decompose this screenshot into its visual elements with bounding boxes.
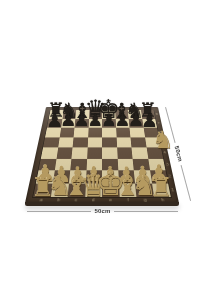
square-c2	[69, 170, 86, 183]
square-c5	[73, 137, 88, 147]
product-photo: abcdefgh 87654321 ♜♞♝♛♚♝♞♜♟♟♟♟♟♟♟♟♟♟♟♟♟♟…	[0, 0, 200, 300]
square-c6	[74, 128, 89, 138]
square-d3	[86, 158, 102, 170]
square-b2	[52, 170, 70, 183]
square-c4	[71, 147, 87, 158]
square-f1	[119, 183, 137, 197]
square-f5	[116, 137, 131, 147]
square-e5	[102, 137, 117, 147]
board-side-edge	[25, 202, 179, 206]
square-e7	[102, 119, 116, 128]
square-f8	[115, 110, 129, 118]
square-b8	[62, 110, 76, 118]
square-e8	[102, 110, 115, 118]
dimension-line	[27, 211, 91, 212]
board-frame: abcdefgh 87654321	[25, 107, 179, 203]
square-g1	[135, 183, 154, 197]
dimension-line	[166, 107, 177, 143]
rank-label-7: 7	[157, 119, 161, 128]
rank-label-8: 8	[155, 110, 159, 118]
rank-label-5: 5	[161, 137, 165, 147]
square-g3	[133, 158, 150, 170]
rank-label-2: 2	[167, 170, 172, 183]
square-g2	[134, 170, 152, 183]
square-f4	[117, 147, 133, 158]
square-c7	[75, 119, 89, 128]
square-b3	[54, 158, 71, 170]
square-e6	[102, 128, 116, 138]
width-dimension: 50cm	[27, 208, 178, 214]
depth-dimension-label: 50cm	[174, 145, 184, 162]
square-c3	[70, 158, 86, 170]
width-dimension-label: 50cm	[94, 208, 110, 214]
square-d5	[87, 137, 102, 147]
square-f3	[117, 158, 133, 170]
square-d4	[87, 147, 102, 158]
square-g8	[128, 110, 142, 118]
square-d1	[85, 183, 102, 197]
square-d8	[89, 110, 102, 118]
square-f7	[115, 119, 129, 128]
chess-board: abcdefgh 87654321	[25, 107, 179, 203]
square-g6	[129, 128, 144, 138]
square-e4	[102, 147, 117, 158]
square-f6	[116, 128, 131, 138]
square-g7	[129, 119, 144, 128]
square-b1	[50, 183, 69, 197]
board-squares	[33, 110, 171, 197]
square-c8	[75, 110, 89, 118]
square-d7	[88, 119, 102, 128]
square-f2	[118, 170, 135, 183]
dimension-line	[181, 164, 192, 200]
square-g4	[131, 147, 147, 158]
square-c1	[68, 183, 86, 197]
square-d6	[88, 128, 102, 138]
square-b5	[58, 137, 74, 147]
square-b7	[61, 119, 76, 128]
rank-label-6: 6	[159, 128, 163, 138]
square-d2	[85, 170, 102, 183]
rank-label-1: 1	[170, 183, 176, 197]
square-e3	[102, 158, 118, 170]
square-e2	[102, 170, 119, 183]
dimension-line	[114, 211, 178, 212]
rank-label-4: 4	[163, 147, 168, 158]
square-b6	[59, 128, 74, 138]
square-g5	[130, 137, 146, 147]
square-b4	[56, 147, 72, 158]
rank-label-3: 3	[165, 158, 170, 170]
square-e1	[102, 183, 119, 197]
